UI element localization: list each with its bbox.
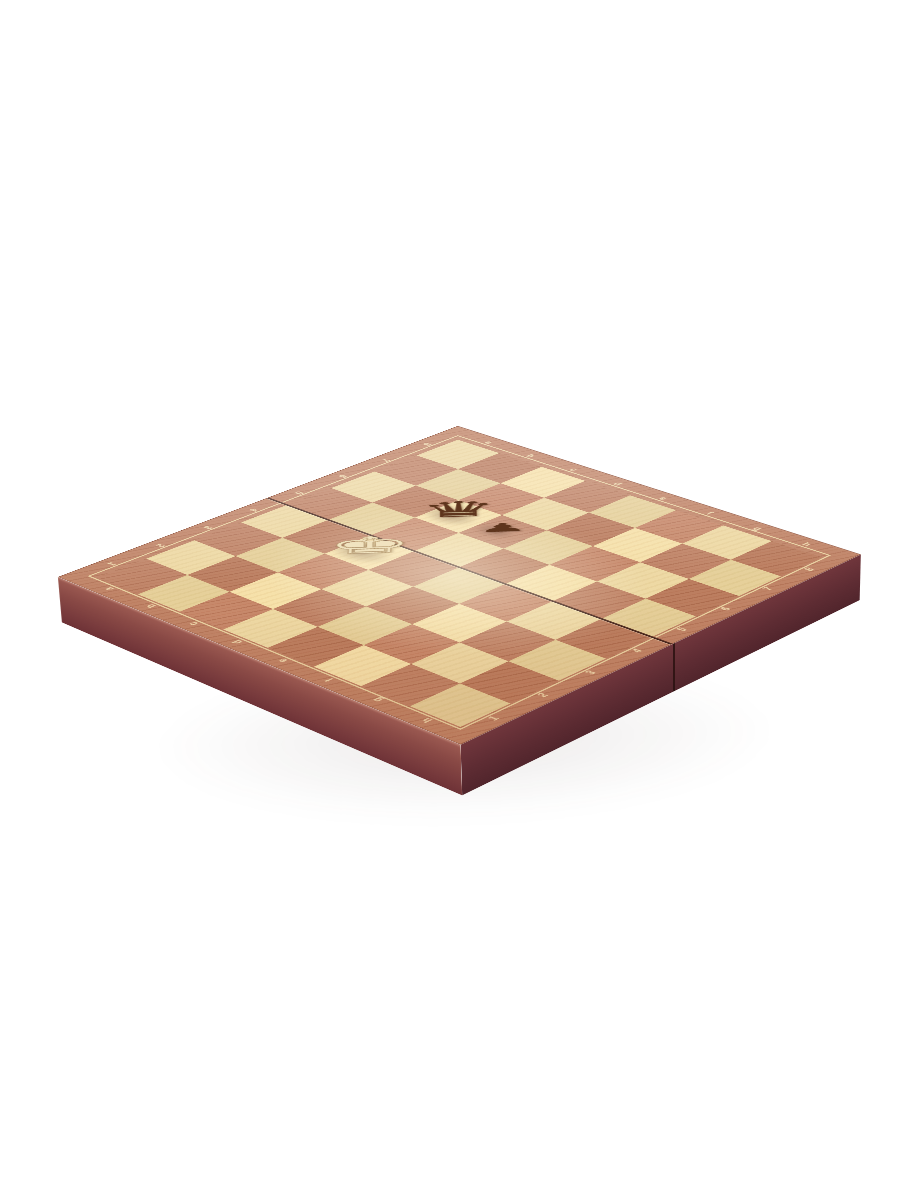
square-d3 [321, 570, 413, 607]
square-h7 [689, 560, 781, 596]
scene: abcdefgh abcdefgh 87654321 87654321 ♚♛♟ [0, 0, 900, 1200]
square-c2 [230, 572, 322, 609]
square-f3 [412, 604, 507, 643]
square-b1 [138, 575, 230, 612]
square-f4 [459, 584, 552, 621]
square-e2 [318, 606, 412, 645]
square-f1 [314, 645, 411, 686]
rank-labels-right: 87654321 [459, 557, 839, 735]
square-h5 [601, 599, 696, 637]
square-h4 [556, 619, 652, 659]
chess-board: abcdefgh abcdefgh 87654321 87654321 ♚♛♟ [58, 426, 861, 745]
square-g4 [507, 601, 602, 640]
photo-wrapper: abcdefgh abcdefgh 87654321 87654321 ♚♛♟ [0, 0, 900, 1200]
square-e4 [413, 567, 505, 603]
square-h1 [410, 683, 510, 727]
square-g2 [411, 642, 508, 683]
square-d2 [273, 589, 366, 627]
square-c1 [180, 592, 273, 630]
fold-seam-side-crack [673, 643, 675, 692]
board-top-face: abcdefgh abcdefgh 87654321 87654321 [58, 426, 861, 745]
square-e1 [268, 627, 364, 667]
square-h2 [460, 661, 559, 703]
square-h3 [508, 640, 605, 681]
square-f2 [364, 624, 460, 664]
product-photo: { "game": "chess", "scene": { "descripti… [0, 0, 900, 1200]
square-f5 [505, 565, 597, 601]
square-h6 [646, 579, 739, 616]
square-g5 [552, 581, 645, 618]
square-g3 [460, 622, 556, 662]
square-g1 [361, 664, 460, 706]
square-e3 [366, 587, 459, 625]
square-g6 [597, 562, 689, 598]
square-d1 [223, 609, 317, 648]
